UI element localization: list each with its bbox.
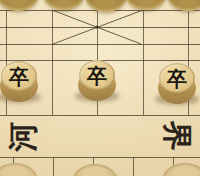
- soldier-character: 卒: [159, 65, 195, 93]
- soldier-character: 卒: [1, 63, 37, 91]
- black-soldier-e[interactable]: 卒: [78, 60, 116, 101]
- xiangqi-board-photo: 河 界 卒 卒 卒: [0, 0, 200, 176]
- river-char-jie: 界: [160, 119, 194, 153]
- black-soldier-c[interactable]: 卒: [0, 61, 38, 102]
- soldier-character: 卒: [79, 62, 115, 90]
- river-char-he: 河: [6, 120, 40, 154]
- black-soldier-g[interactable]: 卒: [158, 63, 196, 104]
- palace-center-point: [95, 25, 98, 28]
